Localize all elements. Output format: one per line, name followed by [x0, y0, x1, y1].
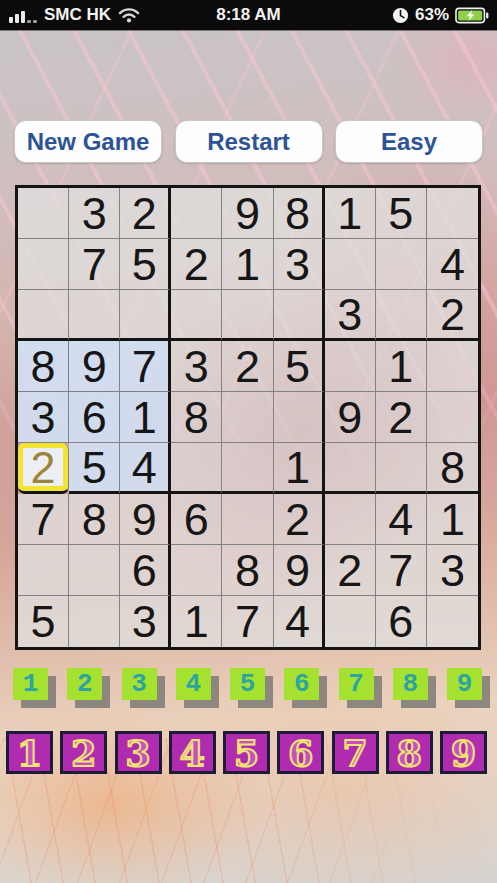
- carrier-label: SMC HK: [44, 5, 111, 25]
- cell-r4c2[interactable]: 9: [69, 341, 120, 392]
- cell-r6c4[interactable]: [171, 443, 222, 494]
- cell-r3c2[interactable]: [69, 290, 120, 341]
- cell-r7c4[interactable]: 6: [171, 494, 222, 545]
- numpad-1[interactable]: 1: [6, 731, 53, 774]
- cell-r9c1[interactable]: 5: [18, 596, 69, 647]
- numpad-7[interactable]: 7: [332, 731, 379, 774]
- cell-r4c3[interactable]: 7: [120, 341, 171, 392]
- cell-r2c6[interactable]: 3: [274, 239, 325, 290]
- cell-r1c9[interactable]: [427, 188, 478, 239]
- cell-r1c5[interactable]: 9: [222, 188, 273, 239]
- number-pad: 123456789: [6, 731, 487, 774]
- cell-r3c6[interactable]: [274, 290, 325, 341]
- cell-r4c6[interactable]: 5: [274, 341, 325, 392]
- cell-r4c5[interactable]: 2: [222, 341, 273, 392]
- cell-r6c1[interactable]: 2: [18, 443, 69, 494]
- cell-r3c5[interactable]: [222, 290, 273, 341]
- cell-r1c7[interactable]: 1: [325, 188, 376, 239]
- difficulty-button[interactable]: Easy: [335, 120, 483, 163]
- cell-r3c8[interactable]: [376, 290, 427, 341]
- cell-r5c6[interactable]: [274, 392, 325, 443]
- sudoku-board: 3298157521343289732513618922541878962416…: [15, 185, 481, 650]
- cell-r2c7[interactable]: [325, 239, 376, 290]
- cell-r8c5[interactable]: 8: [222, 545, 273, 596]
- cell-r8c6[interactable]: 9: [274, 545, 325, 596]
- cell-r7c8[interactable]: 4: [376, 494, 427, 545]
- cell-r3c1[interactable]: [18, 290, 69, 341]
- numpad-9[interactable]: 9: [440, 731, 487, 774]
- cell-r6c8[interactable]: [376, 443, 427, 494]
- cell-r8c1[interactable]: [18, 545, 69, 596]
- cell-r7c7[interactable]: [325, 494, 376, 545]
- cell-r5c3[interactable]: 1: [120, 392, 171, 443]
- cell-r3c3[interactable]: [120, 290, 171, 341]
- cell-r7c1[interactable]: 7: [18, 494, 69, 545]
- numpad-6[interactable]: 6: [277, 731, 324, 774]
- cell-r9c7[interactable]: [325, 596, 376, 647]
- cell-r7c5[interactable]: [222, 494, 273, 545]
- cell-r1c2[interactable]: 3: [69, 188, 120, 239]
- cell-r1c3[interactable]: 2: [120, 188, 171, 239]
- candidate-1[interactable]: 1: [13, 668, 48, 700]
- cell-r9c8[interactable]: 6: [376, 596, 427, 647]
- cell-r8c8[interactable]: 7: [376, 545, 427, 596]
- cell-r6c5[interactable]: [222, 443, 273, 494]
- new-game-button[interactable]: New Game: [14, 120, 162, 163]
- cell-r6c6[interactable]: 1: [274, 443, 325, 494]
- cell-r5c4[interactable]: 8: [171, 392, 222, 443]
- cell-r5c8[interactable]: 2: [376, 392, 427, 443]
- candidate-3[interactable]: 3: [122, 668, 157, 700]
- cell-r4c8[interactable]: 1: [376, 341, 427, 392]
- cell-r6c9[interactable]: 8: [427, 443, 478, 494]
- cell-r6c7[interactable]: [325, 443, 376, 494]
- cell-r4c4[interactable]: 3: [171, 341, 222, 392]
- cell-r8c3[interactable]: 6: [120, 545, 171, 596]
- candidate-4[interactable]: 4: [176, 668, 211, 700]
- cell-r5c9[interactable]: [427, 392, 478, 443]
- cell-r7c2[interactable]: 8: [69, 494, 120, 545]
- cell-r3c9[interactable]: 2: [427, 290, 478, 341]
- cell-r8c4[interactable]: [171, 545, 222, 596]
- numpad-5[interactable]: 5: [223, 731, 270, 774]
- cell-r3c4[interactable]: [171, 290, 222, 341]
- app-screen: SMC HK 8:18 AM 63% New Game Restar: [0, 0, 497, 883]
- status-bar: SMC HK 8:18 AM 63%: [0, 0, 497, 30]
- numpad-8[interactable]: 8: [386, 731, 433, 774]
- cell-r9c3[interactable]: 3: [120, 596, 171, 647]
- cell-r9c2[interactable]: [69, 596, 120, 647]
- cell-r1c4[interactable]: [171, 188, 222, 239]
- candidate-bar: 123456789: [13, 668, 482, 700]
- cell-r5c1[interactable]: 3: [18, 392, 69, 443]
- cell-r7c3[interactable]: 9: [120, 494, 171, 545]
- battery-charging-icon: [455, 7, 489, 24]
- cell-r5c5[interactable]: [222, 392, 273, 443]
- candidate-7[interactable]: 7: [339, 668, 374, 700]
- cell-r6c2[interactable]: 5: [69, 443, 120, 494]
- candidate-9[interactable]: 9: [447, 668, 482, 700]
- candidate-6[interactable]: 6: [284, 668, 319, 700]
- numpad-3[interactable]: 3: [115, 731, 162, 774]
- cell-r2c3[interactable]: 5: [120, 239, 171, 290]
- cell-r1c6[interactable]: 8: [274, 188, 325, 239]
- numpad-4[interactable]: 4: [169, 731, 216, 774]
- cell-r2c5[interactable]: 1: [222, 239, 273, 290]
- numpad-2[interactable]: 2: [60, 731, 107, 774]
- toolbar: New Game Restart Easy: [14, 120, 483, 163]
- candidate-5[interactable]: 5: [230, 668, 265, 700]
- candidate-8[interactable]: 8: [393, 668, 428, 700]
- cell-r9c6[interactable]: 4: [274, 596, 325, 647]
- signal-strength-icon: [9, 8, 37, 23]
- cell-r4c7[interactable]: [325, 341, 376, 392]
- battery-percent-label: 63%: [415, 5, 449, 25]
- cell-r6c3[interactable]: 4: [120, 443, 171, 494]
- cell-r2c1[interactable]: [18, 239, 69, 290]
- cell-r5c7[interactable]: 9: [325, 392, 376, 443]
- restart-button[interactable]: Restart: [175, 120, 323, 163]
- cell-r9c9[interactable]: [427, 596, 478, 647]
- cell-r2c4[interactable]: 2: [171, 239, 222, 290]
- cell-r9c4[interactable]: 1: [171, 596, 222, 647]
- cell-r4c9[interactable]: [427, 341, 478, 392]
- candidate-2[interactable]: 2: [67, 668, 102, 700]
- cell-r7c9[interactable]: 1: [427, 494, 478, 545]
- alarm-clock-icon: [392, 7, 409, 24]
- cell-r8c7[interactable]: 2: [325, 545, 376, 596]
- cell-r3c7[interactable]: 3: [325, 290, 376, 341]
- wifi-icon: [118, 7, 140, 23]
- cell-r8c2[interactable]: [69, 545, 120, 596]
- cell-r2c2[interactable]: 7: [69, 239, 120, 290]
- cell-r5c2[interactable]: 6: [69, 392, 120, 443]
- cell-r2c9[interactable]: 4: [427, 239, 478, 290]
- cell-r4c1[interactable]: 8: [18, 341, 69, 392]
- cell-r8c9[interactable]: 3: [427, 545, 478, 596]
- cell-r7c6[interactable]: 2: [274, 494, 325, 545]
- cell-r1c8[interactable]: 5: [376, 188, 427, 239]
- cell-r1c1[interactable]: [18, 188, 69, 239]
- cell-r9c5[interactable]: 7: [222, 596, 273, 647]
- cell-r2c8[interactable]: [376, 239, 427, 290]
